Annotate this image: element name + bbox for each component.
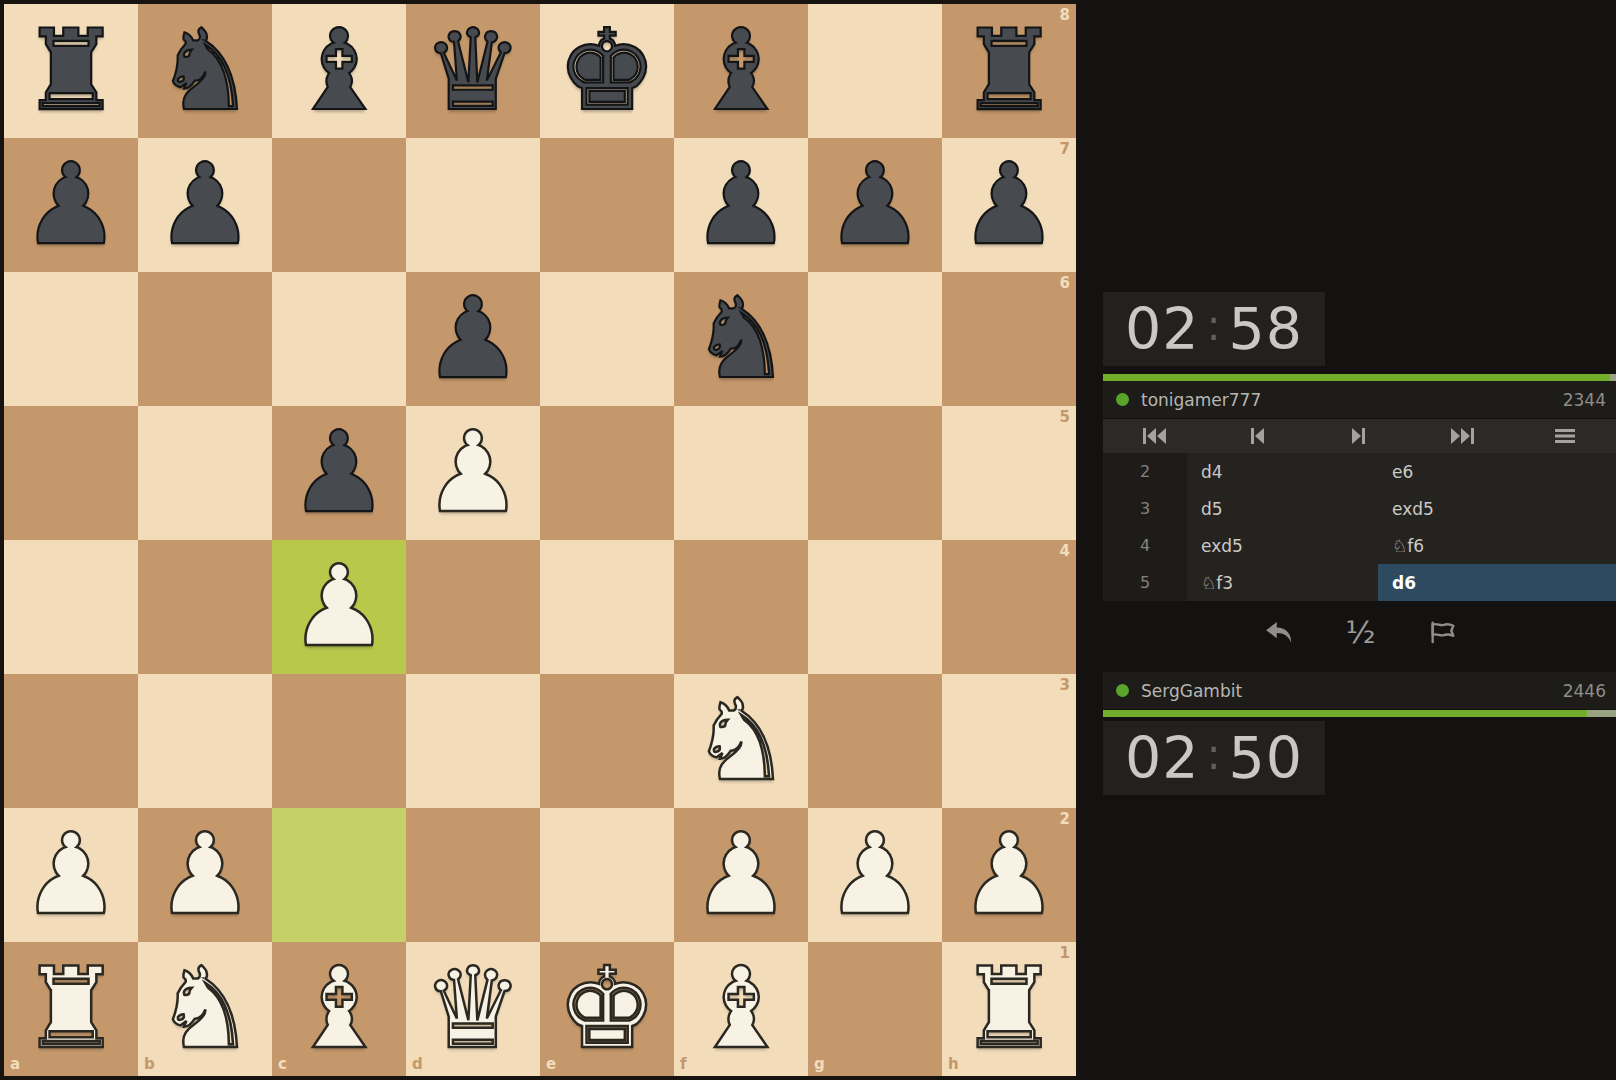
move-row-3: 3d5exd5	[1103, 490, 1616, 527]
move-black-4[interactable]: ♘f6	[1378, 527, 1616, 564]
rank-label-1: 1	[1060, 946, 1070, 961]
file-label-d: d	[412, 1057, 423, 1072]
square-h5[interactable]: 5	[942, 406, 1076, 540]
black-knight-f6[interactable]: ♞	[674, 272, 808, 404]
clock-white-minutes: 02	[1125, 725, 1200, 791]
clock-black: 02 : 58	[1103, 292, 1325, 366]
move-number: 4	[1103, 527, 1187, 564]
resign-flag-icon	[1426, 618, 1458, 646]
white-pawn-g2[interactable]: ♟	[808, 808, 942, 940]
square-g4[interactable]	[808, 540, 942, 674]
move-row-4: 4exd5♘f6	[1103, 527, 1616, 564]
square-d8[interactable]: ♛	[406, 4, 540, 138]
square-e5[interactable]	[540, 406, 674, 540]
square-e3[interactable]	[540, 674, 674, 808]
rank-label-6: 6	[1060, 276, 1070, 291]
game-actions: ½	[1103, 603, 1616, 661]
rank-label-3: 3	[1060, 678, 1070, 693]
square-a7[interactable]: ♟	[4, 138, 138, 272]
white-rook-a1[interactable]: ♜	[4, 942, 138, 1074]
black-bishop-f8[interactable]: ♝	[674, 4, 808, 136]
rank-label-7: 7	[1060, 142, 1070, 157]
square-e4[interactable]	[540, 540, 674, 674]
file-label-g: g	[814, 1057, 825, 1072]
move-row-2: 2d4e6	[1103, 453, 1616, 490]
square-g8[interactable]	[808, 4, 942, 138]
clock-colon: :	[1206, 730, 1221, 779]
square-f7[interactable]: ♟	[674, 138, 808, 272]
move-white-2[interactable]: d4	[1187, 453, 1378, 490]
file-label-c: c	[278, 1057, 287, 1072]
square-a1[interactable]: ♜a	[4, 942, 138, 1076]
white-pawn-c4[interactable]: ♟	[272, 540, 406, 672]
white-pawn-d5[interactable]: ♟	[406, 406, 540, 538]
square-c3[interactable]	[272, 674, 406, 808]
square-e2[interactable]	[540, 808, 674, 942]
move-number: 2	[1103, 453, 1187, 490]
move-black-2[interactable]: e6	[1378, 453, 1616, 490]
clock-black-minutes: 02	[1125, 296, 1200, 362]
clock-bar-bottom	[1103, 710, 1616, 717]
white-bishop-f1[interactable]: ♝	[674, 942, 808, 1074]
square-h7[interactable]: ♟7	[942, 138, 1076, 272]
square-a8[interactable]: ♜	[4, 4, 138, 138]
square-b8[interactable]: ♞	[138, 4, 272, 138]
square-e1[interactable]: ♚e	[540, 942, 674, 1076]
square-e6[interactable]	[540, 272, 674, 406]
move-white-4[interactable]: exd5	[1187, 527, 1378, 564]
white-pawn-h2[interactable]: ♟	[942, 808, 1076, 940]
offer-draw-button[interactable]: ½	[1345, 614, 1375, 650]
go-next-icon	[1351, 428, 1367, 444]
square-g6[interactable]	[808, 272, 942, 406]
square-a5[interactable]	[4, 406, 138, 540]
black-knight-b8[interactable]: ♞	[138, 4, 272, 136]
file-label-b: b	[144, 1057, 155, 1072]
white-knight-f3[interactable]: ♞	[674, 674, 808, 806]
clock-white: 02 : 50	[1103, 721, 1325, 795]
menu-button[interactable]	[1513, 419, 1616, 453]
file-label-e: e	[546, 1057, 556, 1072]
player-name[interactable]: SergGambit	[1141, 681, 1242, 701]
move-white-3[interactable]: d5	[1187, 490, 1378, 527]
square-d3[interactable]	[406, 674, 540, 808]
move-row-5: 5♘f3d6	[1103, 564, 1616, 601]
game-side-panel: 02 : 58 tonigamer777 2344	[1078, 0, 1616, 1080]
black-pawn-d6[interactable]: ♟	[406, 272, 540, 404]
undo-arrow-icon	[1261, 617, 1295, 647]
black-pawn-b7[interactable]: ♟	[138, 138, 272, 270]
rank-label-2: 2	[1060, 812, 1070, 827]
square-b1[interactable]: ♞b	[138, 942, 272, 1076]
square-d5[interactable]: ♟	[406, 406, 540, 540]
hamburger-menu-icon	[1555, 428, 1575, 444]
square-c2[interactable]	[272, 808, 406, 942]
square-g2[interactable]: ♟	[808, 808, 942, 942]
white-pawn-b2[interactable]: ♟	[138, 808, 272, 940]
square-d6[interactable]: ♟	[406, 272, 540, 406]
rank-label-8: 8	[1060, 8, 1070, 23]
go-next-button[interactable]	[1308, 419, 1411, 453]
black-pawn-g7[interactable]: ♟	[808, 138, 942, 270]
square-f3[interactable]: ♞	[674, 674, 808, 808]
square-b3[interactable]	[138, 674, 272, 808]
square-c8[interactable]: ♝	[272, 4, 406, 138]
square-b6[interactable]	[138, 272, 272, 406]
square-c7[interactable]	[272, 138, 406, 272]
player-row-white: SergGambit 2446	[1103, 672, 1616, 709]
replay-nav-bar	[1103, 419, 1616, 453]
rank-label-5: 5	[1060, 410, 1070, 425]
square-d7[interactable]	[406, 138, 540, 272]
move-white-5[interactable]: ♘f3	[1187, 564, 1378, 601]
black-pawn-c5[interactable]: ♟	[272, 406, 406, 538]
black-rook-a8[interactable]: ♜	[4, 4, 138, 136]
square-f5[interactable]	[674, 406, 808, 540]
move-number: 3	[1103, 490, 1187, 527]
square-h2[interactable]: ♟2	[942, 808, 1076, 942]
square-f1[interactable]: ♝f	[674, 942, 808, 1076]
square-f6[interactable]: ♞	[674, 272, 808, 406]
go-previous-button[interactable]	[1206, 419, 1309, 453]
go-first-icon	[1143, 428, 1166, 444]
file-label-f: f	[680, 1057, 687, 1072]
white-king-e1[interactable]: ♚	[540, 942, 674, 1074]
square-c6[interactable]	[272, 272, 406, 406]
move-number: 5	[1103, 564, 1187, 601]
move-black-3[interactable]: exd5	[1378, 490, 1616, 527]
white-pawn-a2[interactable]: ♟	[4, 808, 138, 940]
white-bishop-c1[interactable]: ♝	[272, 942, 406, 1074]
square-a3[interactable]	[4, 674, 138, 808]
white-pawn-f2[interactable]: ♟	[674, 808, 808, 940]
board-area: ♜♞♝♛♚♝♜8♟♟♟♟♟7♟♞6♟♟5♟4♞3♟♟♟♟♟2♜a♞b♝c♛d♚e…	[0, 0, 1078, 1080]
file-label-h: h	[948, 1057, 959, 1072]
square-f4[interactable]	[674, 540, 808, 674]
file-label-a: a	[10, 1057, 20, 1072]
square-b2[interactable]: ♟	[138, 808, 272, 942]
white-knight-b1[interactable]: ♞	[138, 942, 272, 1074]
square-d4[interactable]	[406, 540, 540, 674]
online-dot	[1116, 684, 1129, 697]
square-d1[interactable]: ♛d	[406, 942, 540, 1076]
go-last-icon	[1451, 428, 1474, 444]
square-a6[interactable]	[4, 272, 138, 406]
go-last-button[interactable]	[1411, 419, 1514, 453]
move-list: 2d4e63d5exd54exd5♘f65♘f3d6	[1103, 453, 1616, 601]
chess-board[interactable]: ♜♞♝♛♚♝♜8♟♟♟♟♟7♟♞6♟♟5♟4♞3♟♟♟♟♟2♜a♞b♝c♛d♚e…	[4, 4, 1076, 1076]
black-pawn-f7[interactable]: ♟	[674, 138, 808, 270]
square-h8[interactable]: ♜8	[942, 4, 1076, 138]
square-c5[interactable]: ♟	[272, 406, 406, 540]
square-c1[interactable]: ♝c	[272, 942, 406, 1076]
clock-black-seconds: 58	[1229, 296, 1304, 362]
clock-bar-top	[1103, 374, 1616, 381]
black-bishop-c8[interactable]: ♝	[272, 4, 406, 136]
white-rook-h1[interactable]: ♜	[942, 942, 1076, 1074]
black-rook-h8[interactable]: ♜	[942, 4, 1076, 136]
player-row-black: tonigamer777 2344	[1103, 381, 1616, 418]
square-a2[interactable]: ♟	[4, 808, 138, 942]
square-g5[interactable]	[808, 406, 942, 540]
black-pawn-a7[interactable]: ♟	[4, 138, 138, 270]
resign-button[interactable]	[1426, 618, 1458, 646]
player-rating: 2446	[1563, 681, 1606, 701]
move-box: 2d4e63d5exd54exd5♘f65♘f3d6	[1103, 419, 1616, 601]
square-h3[interactable]: 3	[942, 674, 1076, 808]
square-h1[interactable]: ♜1h	[942, 942, 1076, 1076]
square-e8[interactable]: ♚	[540, 4, 674, 138]
square-b5[interactable]	[138, 406, 272, 540]
square-a4[interactable]	[4, 540, 138, 674]
square-g7[interactable]: ♟	[808, 138, 942, 272]
square-e7[interactable]	[540, 138, 674, 272]
go-previous-icon	[1249, 428, 1265, 444]
move-black-5[interactable]: d6	[1378, 564, 1616, 601]
square-g1[interactable]: g	[808, 942, 942, 1076]
clock-white-seconds: 50	[1229, 725, 1304, 791]
square-b7[interactable]: ♟	[138, 138, 272, 272]
black-pawn-h7[interactable]: ♟	[942, 138, 1076, 270]
takeback-button[interactable]	[1261, 617, 1295, 647]
square-h4[interactable]: 4	[942, 540, 1076, 674]
go-first-button[interactable]	[1103, 419, 1206, 453]
player-rating: 2344	[1563, 390, 1606, 410]
square-d2[interactable]	[406, 808, 540, 942]
square-b4[interactable]	[138, 540, 272, 674]
white-queen-d1[interactable]: ♛	[406, 942, 540, 1074]
square-c4[interactable]: ♟	[272, 540, 406, 674]
square-f8[interactable]: ♝	[674, 4, 808, 138]
clock-colon: :	[1206, 301, 1221, 350]
player-name[interactable]: tonigamer777	[1141, 390, 1261, 410]
black-king-e8[interactable]: ♚	[540, 4, 674, 136]
black-queen-d8[interactable]: ♛	[406, 4, 540, 136]
rank-label-4: 4	[1060, 544, 1070, 559]
square-h6[interactable]: 6	[942, 272, 1076, 406]
online-dot	[1116, 393, 1129, 406]
square-g3[interactable]	[808, 674, 942, 808]
square-f2[interactable]: ♟	[674, 808, 808, 942]
